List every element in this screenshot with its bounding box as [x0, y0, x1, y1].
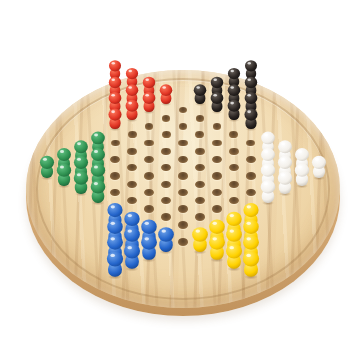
peg-blue[interactable]	[123, 243, 141, 269]
peg-head	[243, 219, 259, 233]
peg-green[interactable]	[39, 156, 55, 179]
peg-head	[107, 219, 123, 233]
hole[interactable]	[179, 123, 188, 130]
hole[interactable]	[110, 172, 120, 179]
hole[interactable]	[229, 197, 239, 205]
hole[interactable]	[229, 131, 238, 138]
hole[interactable]	[144, 189, 154, 196]
hole[interactable]	[110, 189, 120, 196]
peg-blue[interactable]	[106, 251, 125, 278]
hole[interactable]	[195, 213, 205, 221]
hole[interactable]	[178, 140, 187, 147]
peg-head	[226, 227, 242, 242]
peg-yellow[interactable]	[225, 243, 243, 269]
peg-yellow[interactable]	[191, 227, 209, 253]
peg-head	[124, 211, 139, 225]
hole[interactable]	[162, 115, 171, 122]
hole[interactable]	[144, 140, 153, 147]
hole[interactable]	[229, 148, 238, 155]
peg-head	[143, 76, 155, 88]
hole[interactable]	[212, 189, 222, 196]
hole[interactable]	[178, 189, 188, 196]
peg-red[interactable]	[142, 92, 157, 113]
peg-head	[226, 243, 242, 258]
hole[interactable]	[229, 164, 239, 171]
hole[interactable]	[178, 156, 187, 163]
peg-head	[194, 84, 207, 96]
hole[interactable]	[179, 107, 188, 113]
peg-white[interactable]	[277, 172, 294, 196]
hole[interactable]	[246, 156, 255, 163]
peg-head	[109, 76, 121, 88]
peg-black[interactable]	[193, 84, 207, 105]
peg-head	[141, 219, 157, 233]
peg-head	[228, 84, 241, 96]
hole[interactable]	[229, 181, 239, 188]
hole[interactable]	[145, 123, 154, 130]
hole[interactable]	[127, 164, 137, 171]
peg-head	[158, 227, 174, 242]
peg-blue[interactable]	[140, 235, 158, 261]
peg-head	[91, 180, 106, 194]
peg-red[interactable]	[159, 84, 173, 105]
peg-head	[74, 156, 88, 169]
peg-green[interactable]	[90, 180, 107, 204]
hole[interactable]	[195, 164, 205, 171]
peg-green[interactable]	[56, 164, 72, 188]
peg-black[interactable]	[227, 100, 242, 121]
hole[interactable]	[161, 164, 171, 171]
hole[interactable]	[161, 197, 171, 205]
peg-head	[211, 76, 223, 88]
hole[interactable]	[110, 156, 119, 163]
hole[interactable]	[128, 131, 137, 138]
hole[interactable]	[144, 156, 153, 163]
peg-green[interactable]	[73, 172, 90, 196]
hole[interactable]	[212, 205, 222, 213]
hole[interactable]	[213, 123, 222, 130]
peg-black[interactable]	[243, 108, 258, 130]
hole[interactable]	[195, 181, 205, 188]
peg-head	[244, 108, 257, 120]
hole[interactable]	[195, 148, 204, 155]
peg-white[interactable]	[294, 164, 310, 188]
peg-head	[278, 156, 292, 169]
peg-yellow[interactable]	[208, 235, 226, 261]
peg-head	[209, 219, 225, 233]
peg-head	[312, 156, 326, 169]
peg-head	[57, 148, 71, 161]
hole[interactable]	[161, 148, 170, 155]
hole[interactable]	[127, 148, 136, 155]
hole[interactable]	[212, 156, 221, 163]
hole[interactable]	[127, 197, 137, 205]
peg-head	[295, 148, 309, 161]
hole[interactable]	[178, 205, 188, 213]
peg-head	[278, 140, 292, 153]
peg-head	[74, 140, 88, 153]
hole[interactable]	[111, 140, 120, 147]
hole[interactable]	[127, 181, 137, 188]
hole[interactable]	[195, 197, 205, 205]
peg-head	[109, 108, 122, 120]
hole[interactable]	[161, 181, 171, 188]
peg-head	[245, 92, 258, 104]
hole[interactable]	[196, 115, 205, 122]
peg-head	[211, 92, 224, 104]
hole[interactable]	[178, 221, 189, 229]
peg-black[interactable]	[210, 92, 225, 113]
hole[interactable]	[195, 131, 204, 138]
hole[interactable]	[246, 172, 256, 179]
peg-head	[226, 211, 241, 225]
peg-yellow[interactable]	[242, 251, 261, 278]
hole[interactable]	[212, 140, 221, 147]
peg-head	[124, 243, 140, 258]
peg-blue[interactable]	[157, 227, 175, 253]
peg-red[interactable]	[125, 100, 140, 121]
hole[interactable]	[246, 189, 256, 196]
peg-head	[107, 251, 123, 266]
hole[interactable]	[178, 238, 189, 246]
peg-head	[261, 180, 276, 194]
hole[interactable]	[212, 172, 222, 179]
peg-head	[243, 251, 259, 266]
peg-head	[160, 84, 173, 96]
peg-white[interactable]	[259, 180, 276, 204]
peg-head	[126, 84, 139, 96]
peg-head	[91, 148, 105, 161]
hole[interactable]	[246, 140, 255, 147]
peg-head	[245, 76, 257, 88]
hole[interactable]	[161, 213, 171, 221]
peg-head	[261, 148, 275, 161]
peg-white[interactable]	[311, 156, 327, 179]
peg-head	[261, 164, 275, 177]
product-photo	[0, 0, 360, 360]
hole[interactable]	[178, 172, 188, 179]
hole[interactable]	[162, 131, 171, 138]
hole[interactable]	[144, 205, 154, 213]
peg-red[interactable]	[108, 108, 123, 130]
peg-head	[192, 227, 208, 242]
playfield	[0, 0, 360, 360]
peg-head	[295, 164, 309, 177]
hole[interactable]	[144, 172, 154, 179]
